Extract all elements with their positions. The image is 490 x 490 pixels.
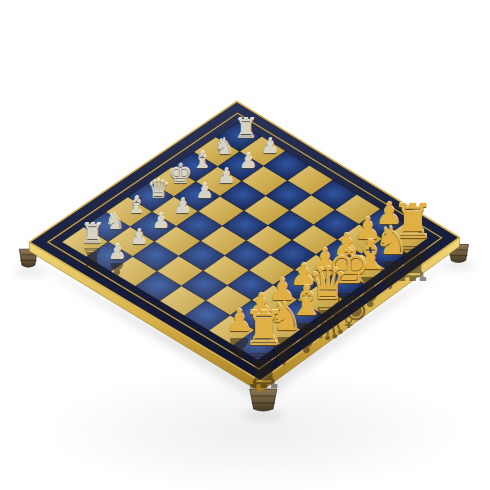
- chess-set-product-photo: ♜♟♞♟♝♟♚♟♛♟♝♟♟♞♜♜♟♟♜♜♞♞♟♟♟♝♝♟♚♚♟♛♛♟♝♝♟♞♞♟…: [0, 0, 490, 490]
- board-glare: [62, 122, 428, 360]
- board-foot-front: [250, 389, 277, 411]
- chess-board: [0, 0, 490, 490]
